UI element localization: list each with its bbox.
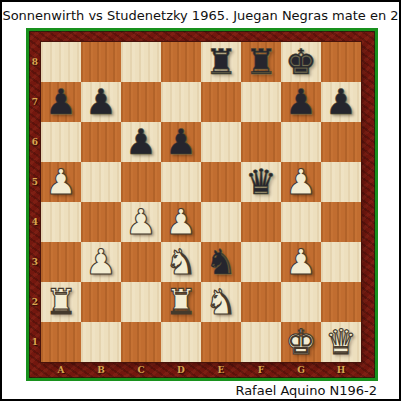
piece-black-pawn: ♟ xyxy=(161,122,201,162)
rank-label-7: 7 xyxy=(29,82,41,122)
square-g5: ♟ xyxy=(281,162,321,202)
file-label-h: H xyxy=(321,363,361,377)
rank-label-2: 2 xyxy=(29,282,41,322)
chess-board: ♜♜♚♟♟♟♟♟♟♟♛♟♟♟♟♞♞♟♜♜♞♚♛ xyxy=(41,42,361,362)
square-h8 xyxy=(321,42,361,82)
square-e1 xyxy=(201,322,241,362)
piece-white-pawn: ♟ xyxy=(121,202,161,242)
piece-white-pawn: ♟ xyxy=(281,162,321,202)
square-d5 xyxy=(161,162,201,202)
square-a5: ♟ xyxy=(41,162,81,202)
square-d4: ♟ xyxy=(161,202,201,242)
square-g4 xyxy=(281,202,321,242)
square-g3: ♟ xyxy=(281,242,321,282)
square-b7: ♟ xyxy=(81,82,121,122)
square-e5 xyxy=(201,162,241,202)
square-a3 xyxy=(41,242,81,282)
rank-label-1: 1 xyxy=(29,322,41,362)
square-c3 xyxy=(121,242,161,282)
piece-white-knight: ♞ xyxy=(201,282,241,322)
square-e8: ♜ xyxy=(201,42,241,82)
square-d3: ♞ xyxy=(161,242,201,282)
square-b5 xyxy=(81,162,121,202)
square-h5 xyxy=(321,162,361,202)
square-a1 xyxy=(41,322,81,362)
square-a8 xyxy=(41,42,81,82)
square-f7 xyxy=(241,82,281,122)
diagram-title: Sonnenwirth vs Studenetzky 1965. Juegan … xyxy=(2,8,399,23)
square-b1 xyxy=(81,322,121,362)
square-a2: ♜ xyxy=(41,282,81,322)
rank-label-3: 3 xyxy=(29,242,41,282)
square-f6 xyxy=(241,122,281,162)
board-frame: ♜♜♚♟♟♟♟♟♟♟♛♟♟♟♟♞♞♟♜♜♞♚♛ 87654321ABCDEFGH xyxy=(26,28,378,381)
square-f1 xyxy=(241,322,281,362)
piece-black-pawn: ♟ xyxy=(281,82,321,122)
square-h4 xyxy=(321,202,361,242)
file-label-d: D xyxy=(161,363,201,377)
square-c1 xyxy=(121,322,161,362)
piece-white-queen: ♛ xyxy=(321,322,361,362)
piece-black-rook: ♜ xyxy=(201,42,241,82)
square-g7: ♟ xyxy=(281,82,321,122)
file-label-f: F xyxy=(241,363,281,377)
piece-black-knight: ♞ xyxy=(201,242,241,282)
square-d1 xyxy=(161,322,201,362)
piece-black-pawn: ♟ xyxy=(121,122,161,162)
piece-white-king: ♚ xyxy=(281,322,321,362)
file-label-g: G xyxy=(281,363,321,377)
rank-label-4: 4 xyxy=(29,202,41,242)
piece-white-pawn: ♟ xyxy=(161,202,201,242)
square-f8: ♜ xyxy=(241,42,281,82)
square-h7: ♟ xyxy=(321,82,361,122)
square-a6 xyxy=(41,122,81,162)
author-credit: Rafael Aquino N196-2 xyxy=(235,383,377,398)
piece-white-pawn: ♟ xyxy=(41,162,81,202)
square-e2: ♞ xyxy=(201,282,241,322)
square-h6 xyxy=(321,122,361,162)
chess-diagram-page: Sonnenwirth vs Studenetzky 1965. Juegan … xyxy=(0,0,401,401)
square-c5 xyxy=(121,162,161,202)
piece-white-knight: ♞ xyxy=(161,242,201,282)
square-d2: ♜ xyxy=(161,282,201,322)
square-b6 xyxy=(81,122,121,162)
square-d7 xyxy=(161,82,201,122)
square-g2 xyxy=(281,282,321,322)
square-e3: ♞ xyxy=(201,242,241,282)
piece-white-rook: ♜ xyxy=(41,282,81,322)
piece-white-pawn: ♟ xyxy=(81,242,121,282)
piece-white-pawn: ♟ xyxy=(281,242,321,282)
square-f5: ♛ xyxy=(241,162,281,202)
square-b2 xyxy=(81,282,121,322)
rank-label-5: 5 xyxy=(29,162,41,202)
square-e7 xyxy=(201,82,241,122)
square-b3: ♟ xyxy=(81,242,121,282)
file-label-b: B xyxy=(81,363,121,377)
file-label-e: E xyxy=(201,363,241,377)
file-label-a: A xyxy=(41,363,81,377)
square-d6: ♟ xyxy=(161,122,201,162)
rank-label-6: 6 xyxy=(29,122,41,162)
piece-black-rook: ♜ xyxy=(241,42,281,82)
square-c7 xyxy=(121,82,161,122)
square-b4 xyxy=(81,202,121,242)
square-e6 xyxy=(201,122,241,162)
piece-black-king: ♚ xyxy=(281,42,321,82)
square-h1: ♛ xyxy=(321,322,361,362)
file-label-c: C xyxy=(121,363,161,377)
square-c8 xyxy=(121,42,161,82)
square-c4: ♟ xyxy=(121,202,161,242)
square-g1: ♚ xyxy=(281,322,321,362)
square-h3 xyxy=(321,242,361,282)
rank-label-8: 8 xyxy=(29,42,41,82)
square-a4 xyxy=(41,202,81,242)
piece-black-queen: ♛ xyxy=(241,162,281,202)
square-h2 xyxy=(321,282,361,322)
square-g8: ♚ xyxy=(281,42,321,82)
piece-black-pawn: ♟ xyxy=(41,82,81,122)
square-f2 xyxy=(241,282,281,322)
square-f4 xyxy=(241,202,281,242)
square-f3 xyxy=(241,242,281,282)
piece-black-pawn: ♟ xyxy=(321,82,361,122)
square-d8 xyxy=(161,42,201,82)
square-c6: ♟ xyxy=(121,122,161,162)
square-a7: ♟ xyxy=(41,82,81,122)
square-b8 xyxy=(81,42,121,82)
square-g6 xyxy=(281,122,321,162)
piece-black-pawn: ♟ xyxy=(81,82,121,122)
square-e4 xyxy=(201,202,241,242)
square-c2 xyxy=(121,282,161,322)
piece-white-rook: ♜ xyxy=(161,282,201,322)
